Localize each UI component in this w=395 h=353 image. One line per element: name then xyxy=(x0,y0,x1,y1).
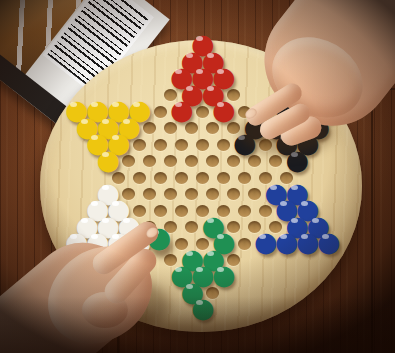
board-hole[interactable] xyxy=(217,172,230,184)
board-hole[interactable] xyxy=(196,139,209,151)
board-hole[interactable] xyxy=(227,188,240,200)
board-hole[interactable] xyxy=(154,172,167,184)
board-hole[interactable] xyxy=(154,139,167,151)
marble-blue[interactable]: ● xyxy=(317,231,339,253)
marble-green[interactable]: ● xyxy=(212,264,234,286)
board-hole[interactable] xyxy=(164,188,177,200)
marble-black[interactable]: ● xyxy=(286,149,308,171)
board-hole[interactable] xyxy=(196,172,209,184)
board-hole[interactable] xyxy=(154,106,167,118)
board-hole[interactable] xyxy=(238,172,251,184)
board-hole[interactable] xyxy=(143,188,156,200)
marble-blue[interactable]: ● xyxy=(296,231,318,253)
board-hole[interactable] xyxy=(217,139,230,151)
board-hole[interactable] xyxy=(206,155,219,167)
board-hole[interactable] xyxy=(185,155,198,167)
marble-red[interactable]: ● xyxy=(170,99,192,121)
marble-green[interactable]: ● xyxy=(191,297,213,319)
board-hole[interactable] xyxy=(143,155,156,167)
board-hole[interactable] xyxy=(185,188,198,200)
board-hole[interactable] xyxy=(206,188,219,200)
marble-white[interactable]: ● xyxy=(65,231,87,253)
board-grid: ●●●●●●●●●●●●●●●●●●●●●●●●●●●●●●●●●●●●●●●●… xyxy=(0,0,395,353)
marble-red[interactable]: ● xyxy=(212,99,234,121)
board-hole[interactable] xyxy=(238,238,251,250)
board-hole[interactable] xyxy=(175,139,188,151)
photo-scene: ●●●●●●●●●●●●●●●●●●●●●●●●●●●●●●●●●●●●●●●●… xyxy=(0,0,395,353)
marble-blue[interactable]: ● xyxy=(275,231,297,253)
board-hole[interactable] xyxy=(248,188,261,200)
board-hole[interactable] xyxy=(154,205,167,217)
board-hole[interactable] xyxy=(164,155,177,167)
marble-green-held[interactable]: ● xyxy=(146,226,169,249)
marble-white[interactable]: ● xyxy=(107,231,129,253)
board-hole[interactable] xyxy=(175,205,188,217)
marble-blue[interactable]: ● xyxy=(254,231,276,253)
marble-white[interactable]: ● xyxy=(86,231,108,253)
board-hole[interactable] xyxy=(185,221,198,233)
board-hole[interactable] xyxy=(238,205,251,217)
marble-black[interactable]: ● xyxy=(233,132,255,154)
board-hole[interactable] xyxy=(133,172,146,184)
board-hole[interactable] xyxy=(175,172,188,184)
marble-yellow[interactable]: ● xyxy=(97,149,119,171)
